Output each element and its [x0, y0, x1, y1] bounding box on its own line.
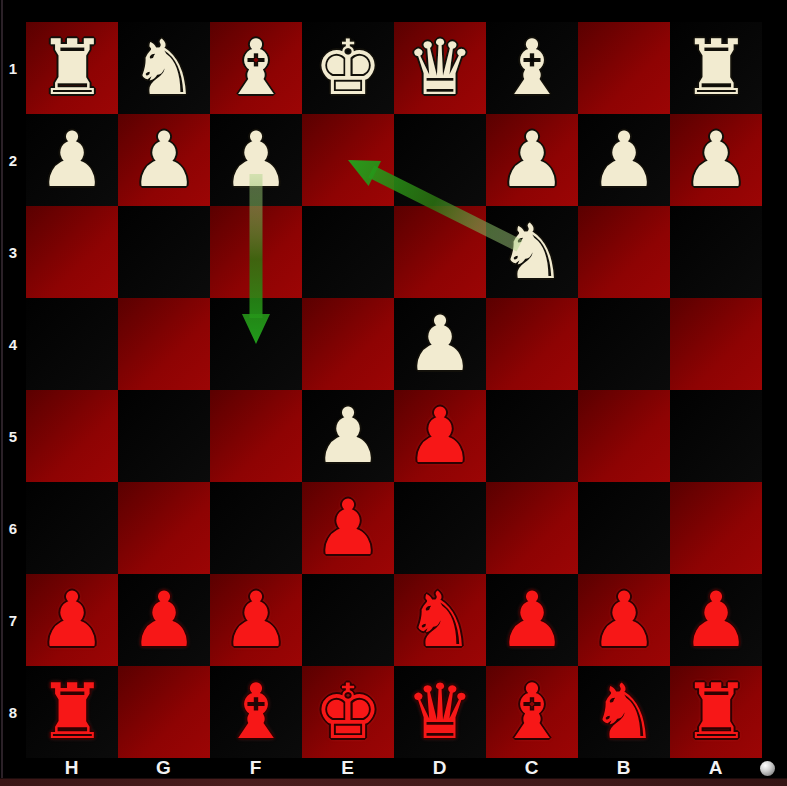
square-c4[interactable] [486, 298, 578, 390]
square-f1[interactable]: ♝ [210, 22, 302, 114]
file-label-e: E [302, 756, 394, 780]
white-pawn-b2[interactable]: ♟ [590, 114, 658, 206]
square-d1[interactable]: ♛ [394, 22, 486, 114]
rank-label-6: 6 [0, 482, 26, 574]
square-d5[interactable]: ♟ [394, 390, 486, 482]
square-f6[interactable] [210, 482, 302, 574]
square-a4[interactable] [670, 298, 762, 390]
square-a7[interactable]: ♟ [670, 574, 762, 666]
square-d3[interactable] [394, 206, 486, 298]
square-c8[interactable]: ♝ [486, 666, 578, 758]
red-rook-a8[interactable]: ♜ [682, 666, 750, 758]
square-e7[interactable] [302, 574, 394, 666]
rank-label-5: 5 [0, 390, 26, 482]
square-f5[interactable] [210, 390, 302, 482]
white-bishop-f1[interactable]: ♝ [222, 22, 290, 114]
file-label-g: G [118, 756, 210, 780]
square-g3[interactable] [118, 206, 210, 298]
square-f4[interactable] [210, 298, 302, 390]
square-e1[interactable]: ♚ [302, 22, 394, 114]
square-b3[interactable] [578, 206, 670, 298]
rank-label-3: 3 [0, 206, 26, 298]
red-knight-d7[interactable]: ♞ [406, 574, 474, 666]
square-b2[interactable]: ♟ [578, 114, 670, 206]
red-pawn-b7[interactable]: ♟ [590, 574, 658, 666]
red-pawn-f7[interactable]: ♟ [222, 574, 290, 666]
white-pawn-a2[interactable]: ♟ [682, 114, 750, 206]
white-pawn-f2[interactable]: ♟ [222, 114, 290, 206]
rank-label-2: 2 [0, 114, 26, 206]
square-g1[interactable]: ♞ [118, 22, 210, 114]
red-king-e8[interactable]: ♚ [314, 666, 382, 758]
square-h4[interactable] [26, 298, 118, 390]
red-bishop-f8[interactable]: ♝ [222, 666, 290, 758]
square-h3[interactable] [26, 206, 118, 298]
square-c3[interactable]: ♞ [486, 206, 578, 298]
file-label-b: B [578, 756, 670, 780]
square-h2[interactable]: ♟ [26, 114, 118, 206]
square-f3[interactable] [210, 206, 302, 298]
square-e8[interactable]: ♚ [302, 666, 394, 758]
white-rook-a1[interactable]: ♜ [682, 22, 750, 114]
square-d7[interactable]: ♞ [394, 574, 486, 666]
square-e5[interactable]: ♟ [302, 390, 394, 482]
square-d6[interactable] [394, 482, 486, 574]
square-h7[interactable]: ♟ [26, 574, 118, 666]
square-a8[interactable]: ♜ [670, 666, 762, 758]
square-f8[interactable]: ♝ [210, 666, 302, 758]
red-bishop-c8[interactable]: ♝ [498, 666, 566, 758]
file-label-d: D [394, 756, 486, 780]
square-b7[interactable]: ♟ [578, 574, 670, 666]
chess-board: ♜♞♝♚♛♝♜♟♟♟♟♟♟♞♟♟♟♟♟♟♟♞♟♟♟♜♝♚♛♝♞♜ [26, 22, 762, 758]
square-e3[interactable] [302, 206, 394, 298]
square-a2[interactable]: ♟ [670, 114, 762, 206]
chess-app-window: ♜♞♝♚♛♝♜♟♟♟♟♟♟♞♟♟♟♟♟♟♟♞♟♟♟♜♝♚♛♝♞♜ 1234567… [0, 0, 787, 786]
white-rook-h1[interactable]: ♜ [38, 22, 106, 114]
file-label-h: H [26, 756, 118, 780]
red-pawn-e6[interactable]: ♟ [314, 482, 382, 574]
white-king-e1[interactable]: ♚ [314, 22, 382, 114]
white-pawn-h2[interactable]: ♟ [38, 114, 106, 206]
red-knight-b8[interactable]: ♞ [590, 666, 658, 758]
square-a3[interactable] [670, 206, 762, 298]
square-g7[interactable]: ♟ [118, 574, 210, 666]
square-h1[interactable]: ♜ [26, 22, 118, 114]
square-a1[interactable]: ♜ [670, 22, 762, 114]
file-label-a: A [670, 756, 762, 780]
file-label-c: C [486, 756, 578, 780]
square-e4[interactable] [302, 298, 394, 390]
square-f2[interactable]: ♟ [210, 114, 302, 206]
file-label-f: F [210, 756, 302, 780]
white-knight-c3[interactable]: ♞ [498, 206, 566, 298]
square-d4[interactable]: ♟ [394, 298, 486, 390]
rank-label-4: 4 [0, 298, 26, 390]
square-g5[interactable] [118, 390, 210, 482]
rank-label-1: 1 [0, 22, 26, 114]
square-c5[interactable] [486, 390, 578, 482]
square-b1[interactable] [578, 22, 670, 114]
white-pawn-g2[interactable]: ♟ [130, 114, 198, 206]
square-e6[interactable]: ♟ [302, 482, 394, 574]
white-queen-d1[interactable]: ♛ [406, 22, 474, 114]
corner-orb-button[interactable] [760, 761, 775, 776]
square-g6[interactable] [118, 482, 210, 574]
white-pawn-c2[interactable]: ♟ [498, 114, 566, 206]
square-c1[interactable]: ♝ [486, 22, 578, 114]
white-pawn-d4[interactable]: ♟ [406, 298, 474, 390]
rank-label-7: 7 [0, 574, 26, 666]
square-g8[interactable] [118, 666, 210, 758]
square-e2[interactable] [302, 114, 394, 206]
square-h8[interactable]: ♜ [26, 666, 118, 758]
square-a6[interactable] [670, 482, 762, 574]
red-rook-h8[interactable]: ♜ [38, 666, 106, 758]
square-g4[interactable] [118, 298, 210, 390]
red-pawn-c7[interactable]: ♟ [498, 574, 566, 666]
red-pawn-d5[interactable]: ♟ [406, 390, 474, 482]
square-b8[interactable]: ♞ [578, 666, 670, 758]
square-c6[interactable] [486, 482, 578, 574]
white-pawn-e5[interactable]: ♟ [314, 390, 382, 482]
white-knight-g1[interactable]: ♞ [130, 22, 198, 114]
square-d2[interactable] [394, 114, 486, 206]
square-c7[interactable]: ♟ [486, 574, 578, 666]
white-bishop-c1[interactable]: ♝ [498, 22, 566, 114]
square-h6[interactable] [26, 482, 118, 574]
square-a5[interactable] [670, 390, 762, 482]
square-d8[interactable]: ♛ [394, 666, 486, 758]
square-b4[interactable] [578, 298, 670, 390]
red-pawn-g7[interactable]: ♟ [130, 574, 198, 666]
square-b6[interactable] [578, 482, 670, 574]
square-c2[interactable]: ♟ [486, 114, 578, 206]
red-queen-d8[interactable]: ♛ [406, 666, 474, 758]
red-pawn-a7[interactable]: ♟ [682, 574, 750, 666]
rank-label-8: 8 [0, 666, 26, 758]
square-b5[interactable] [578, 390, 670, 482]
window-bottom-frame [0, 778, 787, 786]
square-h5[interactable] [26, 390, 118, 482]
red-pawn-h7[interactable]: ♟ [38, 574, 106, 666]
square-f7[interactable]: ♟ [210, 574, 302, 666]
square-g2[interactable]: ♟ [118, 114, 210, 206]
